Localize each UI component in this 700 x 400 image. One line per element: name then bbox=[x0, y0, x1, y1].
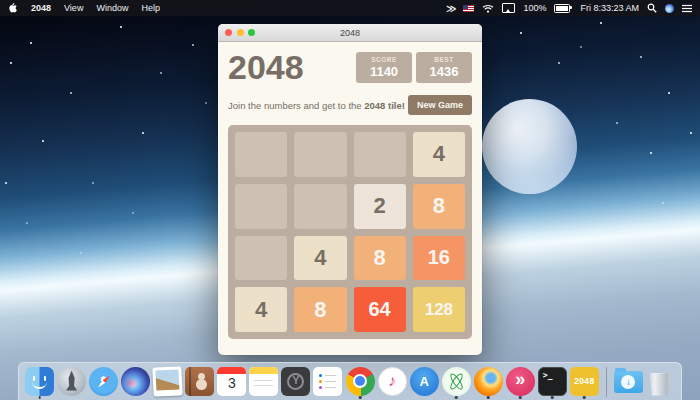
dock-chrome[interactable] bbox=[346, 366, 375, 398]
dock-2048[interactable]: 2048 bbox=[570, 366, 599, 398]
battery-percent: 100% bbox=[523, 3, 546, 13]
spotlight-icon[interactable] bbox=[647, 3, 657, 13]
notes-icon bbox=[249, 367, 278, 396]
safari-compass-icon bbox=[89, 367, 118, 396]
board-cell bbox=[354, 132, 406, 177]
apple-menu[interactable] bbox=[8, 2, 18, 14]
board-cell: 4 bbox=[294, 236, 346, 281]
game-2048-icon: 2048 bbox=[570, 367, 599, 396]
board-cell: 8 bbox=[294, 287, 346, 332]
calendar-icon: 3 bbox=[217, 367, 246, 396]
battery-icon[interactable] bbox=[554, 4, 570, 13]
board-cell bbox=[235, 132, 287, 177]
board-cell: 16 bbox=[413, 236, 465, 281]
desktop: 2048 View Window Help ≫ 100% Fri 8:33:23… bbox=[0, 0, 700, 400]
board-cell bbox=[294, 184, 346, 229]
board-cell: 8 bbox=[413, 184, 465, 229]
dock-atom[interactable] bbox=[442, 366, 471, 398]
menu-app-name[interactable]: 2048 bbox=[31, 3, 51, 13]
dock-terminal[interactable] bbox=[538, 366, 567, 398]
dock-launchpad[interactable] bbox=[57, 366, 86, 398]
dock-itunes[interactable] bbox=[378, 366, 407, 398]
game-2048-icon-label: 2048 bbox=[574, 376, 594, 386]
calendar-day: 3 bbox=[217, 375, 246, 391]
new-game-button[interactable]: New Game bbox=[408, 95, 472, 115]
game-title: 2048 bbox=[228, 50, 304, 84]
paper-planes-menu-icon[interactable]: ≫ bbox=[446, 3, 455, 14]
finder-icon bbox=[25, 367, 54, 396]
game-board[interactable]: 4 2 8 4 8 16 4 8 64 128 bbox=[228, 125, 472, 339]
dock-contacts[interactable] bbox=[185, 366, 214, 398]
board-cell: 128 bbox=[413, 287, 465, 332]
dock-utility-wheel[interactable] bbox=[281, 366, 310, 398]
wifi-icon[interactable] bbox=[482, 4, 494, 13]
best-box: BEST 1436 bbox=[416, 52, 472, 83]
running-indicator bbox=[487, 396, 490, 399]
window-titlebar[interactable]: 2048 bbox=[218, 24, 482, 42]
board-cell: 4 bbox=[413, 132, 465, 177]
game-window: 2048 2048 SCORE 1140 BEST 1436 Join the … bbox=[218, 24, 482, 355]
downloads-folder-icon bbox=[614, 371, 643, 393]
board-cell: 64 bbox=[354, 287, 406, 332]
menu-bar-left: 2048 View Window Help bbox=[8, 2, 160, 14]
dock-pink-arrows[interactable] bbox=[506, 366, 535, 398]
launchpad-rocket-icon bbox=[57, 367, 86, 396]
board-cell: 8 bbox=[354, 236, 406, 281]
menu-window[interactable]: Window bbox=[96, 3, 128, 13]
menu-view[interactable]: View bbox=[64, 3, 83, 13]
menu-clock[interactable]: Fri 8:33:23 AM bbox=[580, 3, 639, 13]
dock-notes[interactable] bbox=[249, 366, 278, 398]
terminal-icon bbox=[538, 367, 567, 396]
dock-separator bbox=[606, 367, 607, 397]
pink-arrows-app-icon bbox=[506, 367, 535, 396]
zoom-button[interactable] bbox=[248, 29, 255, 36]
atom-icon bbox=[442, 367, 471, 396]
board-cell bbox=[235, 184, 287, 229]
airplay-display-icon[interactable] bbox=[502, 3, 515, 13]
running-indicator bbox=[551, 396, 554, 399]
chrome-icon bbox=[346, 367, 375, 396]
contacts-book-icon bbox=[185, 367, 214, 396]
window-content: 2048 SCORE 1140 BEST 1436 Join the numbe… bbox=[218, 50, 482, 339]
menu-bar-status: ≫ 100% Fri 8:33:23 AM bbox=[446, 3, 692, 14]
close-button[interactable] bbox=[225, 29, 232, 36]
board-cell bbox=[294, 132, 346, 177]
running-indicator bbox=[455, 396, 458, 399]
board-cell: 4 bbox=[235, 287, 287, 332]
score-box: SCORE 1140 bbox=[356, 52, 412, 83]
running-indicator bbox=[519, 396, 522, 399]
dock-finder[interactable] bbox=[25, 366, 54, 398]
dock-siri[interactable] bbox=[121, 366, 150, 398]
dock-trash[interactable] bbox=[646, 366, 675, 398]
reminders-list-icon bbox=[313, 367, 342, 396]
apple-icon bbox=[8, 2, 18, 14]
menu-help[interactable]: Help bbox=[141, 3, 160, 13]
dock-preview[interactable] bbox=[153, 366, 182, 398]
running-indicator bbox=[359, 396, 362, 399]
input-source-flag-icon[interactable] bbox=[463, 5, 474, 12]
dock: 3 bbox=[18, 362, 682, 400]
app-store-icon bbox=[410, 367, 439, 396]
running-indicator bbox=[38, 396, 41, 399]
window-title: 2048 bbox=[340, 28, 360, 38]
siri-orb-icon bbox=[121, 367, 150, 396]
dock-app-store[interactable] bbox=[410, 366, 439, 398]
itunes-note-icon bbox=[378, 367, 407, 396]
window-controls bbox=[225, 29, 255, 36]
dock-downloads[interactable] bbox=[614, 366, 643, 398]
score-label: SCORE bbox=[364, 56, 404, 63]
wheel-utility-icon bbox=[281, 367, 310, 396]
dock-safari[interactable] bbox=[89, 366, 118, 398]
score-value: 1140 bbox=[364, 64, 404, 79]
running-indicator bbox=[583, 396, 586, 399]
minimize-button[interactable] bbox=[237, 29, 244, 36]
board-cell bbox=[235, 236, 287, 281]
moon bbox=[482, 99, 577, 194]
best-label: BEST bbox=[424, 56, 464, 63]
best-value: 1436 bbox=[424, 64, 464, 79]
dock-firefox[interactable] bbox=[474, 366, 503, 398]
menu-bar: 2048 View Window Help ≫ 100% Fri 8:33:23… bbox=[0, 0, 700, 16]
photo-preview-icon bbox=[153, 366, 183, 396]
game-subtitle: Join the numbers and get to the 2048 til… bbox=[228, 100, 405, 111]
firefox-icon bbox=[474, 367, 503, 396]
score-container: SCORE 1140 BEST 1436 bbox=[356, 52, 472, 83]
dock-reminders[interactable] bbox=[313, 366, 342, 398]
dock-calendar[interactable]: 3 bbox=[217, 366, 246, 398]
trash-icon bbox=[646, 367, 675, 396]
board-cell: 2 bbox=[354, 184, 406, 229]
siri-menu-icon[interactable] bbox=[665, 4, 674, 13]
notification-center-icon[interactable] bbox=[682, 4, 692, 13]
